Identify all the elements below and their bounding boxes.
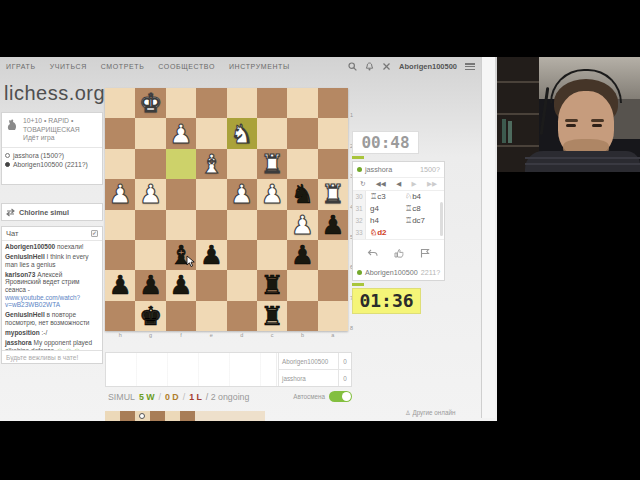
square-f4[interactable] [166,179,196,209]
nav-username[interactable]: Aborigen100500 [399,62,457,71]
game-status: Идёт игра [23,134,80,143]
black-color-icon [5,162,10,167]
square-c4[interactable]: ♟ [257,179,287,209]
square-a3[interactable] [318,149,348,179]
simul-link[interactable]: Chlorine simul [1,203,103,221]
square-b6[interactable]: ♟ [287,240,317,270]
nav-item-tools[interactable]: ИНСТРУМЕНТЫ [229,63,290,70]
chat-message: Aborigen100500 поехали! [5,243,99,251]
square-d6[interactable] [227,240,257,270]
white-pawn[interactable]: ♟ [230,181,253,207]
nav-item-community[interactable]: СООБЩЕСТВО [158,63,215,70]
webcam-feed [497,57,640,172]
square-h3[interactable] [105,149,135,179]
next-board-square [105,411,120,421]
square-e3[interactable]: ♝ [196,149,226,179]
move-list-box: jasshora 1500? ↻◀◀◀▶▶▶ 30♖c3♘b431g4♖c832… [352,161,445,281]
white-pawn[interactable]: ♟ [260,181,283,207]
next-game-board-clipped[interactable] [105,411,265,421]
move-list-scrollbar[interactable] [440,202,443,236]
square-g7[interactable]: ♟ [135,270,165,300]
square-a6[interactable] [318,240,348,270]
square-e7[interactable] [196,270,226,300]
square-f8[interactable] [166,301,196,331]
square-f3[interactable] [166,149,196,179]
next-board-square [150,411,165,421]
browser-scrollbar[interactable] [481,57,495,418]
move-white[interactable]: ♖c3 [366,191,401,203]
square-a8[interactable] [318,301,348,331]
move-row: 31g4♖c8 [353,203,444,215]
move-row: 33♘d2 [353,227,444,239]
square-e4[interactable] [196,179,226,209]
lichess-logo[interactable]: lichess.org [4,82,105,105]
next-board-square [135,411,150,421]
simul-label: SIMUL [108,392,135,402]
move-number: 30 [353,191,366,203]
panel-player-top[interactable]: jasshora 1500? [353,162,444,177]
move-black[interactable] [401,227,444,239]
square-e8[interactable] [196,301,226,331]
chat-title: Чат [6,229,18,238]
move-white[interactable]: ♘d2 [366,227,401,239]
replay-menu-icon[interactable]: ↻ [360,180,365,188]
square-a7[interactable] [318,270,348,300]
video-frame: ИГРАТЬ УЧИТЬСЯ СМОТРЕТЬ СООБЩЕСТВО ИНСТР… [0,0,640,480]
black-rook[interactable]: ♜ [260,272,283,298]
top-navigation: ИГРАТЬ УЧИТЬСЯ СМОТРЕТЬ СООБЩЕСТВО ИНСТР… [0,57,481,76]
square-a1[interactable] [318,88,348,118]
chat-message: GeniusInHell в повторе посмотрю, нет воз… [5,311,99,326]
square-c8[interactable]: ♜ [257,301,287,331]
square-b8[interactable] [287,301,317,331]
square-d5[interactable] [227,210,257,240]
square-b5[interactable]: ♟ [287,210,317,240]
white-pawn[interactable]: ♟ [169,121,192,147]
move-black[interactable]: ♖c8 [401,203,444,215]
square-g6[interactable] [135,240,165,270]
simul-status-line: SIMUL 5 W / 0 D / 1 L / 2 ongoing Автосм… [108,391,352,402]
square-h2[interactable] [105,118,135,148]
square-d3[interactable] [227,149,257,179]
clock-black-active: 01:36 [352,288,421,314]
chat-message-list[interactable]: Aborigen100500 поехали! GeniusInHell I t… [2,241,102,350]
next-board-tail [195,411,265,421]
crosstable-row[interactable]: Aborigen100500 0 [279,353,351,369]
challenge-icon[interactable] [382,62,391,71]
game-type: ТОВАРИЩЕСКАЯ [23,126,80,135]
white-rook[interactable]: ♜ [260,151,283,177]
square-c2[interactable] [257,118,287,148]
black-king[interactable]: ♚ [139,303,162,329]
online-dot-icon [357,167,362,172]
simul-crosstable: Aborigen100500 0 jasshora 0 [105,352,352,387]
white-color-icon [5,153,10,158]
square-b4[interactable]: ♞ [287,179,317,209]
white-pawn[interactable]: ♟ [139,181,162,207]
next-board-square [180,411,195,421]
move-list[interactable]: 30♖c3♘b431g4♖c832h4♖dc733♘d2 [353,191,444,239]
square-c5[interactable] [257,210,287,240]
simul-wins: 5 W [139,392,155,402]
square-h7[interactable]: ♟ [105,270,135,300]
webcam-person-shoulders [525,151,640,172]
square-h4[interactable]: ♟ [105,179,135,209]
bell-icon[interactable] [365,62,374,71]
square-b3[interactable] [287,149,317,179]
move-row: 30♖c3♘b4 [353,191,444,203]
last-move-icon[interactable]: ▶▶ [427,180,437,188]
square-d1[interactable] [227,88,257,118]
panel-player-bottom[interactable]: Aborigen100500 2211? [353,265,444,280]
chat-username[interactable]: myposition [5,329,41,336]
square-d8[interactable] [227,301,257,331]
search-icon[interactable] [348,62,357,71]
square-e1[interactable] [196,88,226,118]
first-move-icon[interactable]: ◀◀ [376,180,386,188]
next-board-square [165,411,180,421]
square-f1[interactable] [166,88,196,118]
chat-input[interactable]: Будьте вежливы в чате! [2,350,102,363]
chat-message: jasshora My opponent played alkehine def… [5,339,99,350]
square-h6[interactable] [105,240,135,270]
game-info-box: 10+10 • RAPID • ТОВАРИЩЕСКАЯ Идёт игра j… [1,112,103,185]
square-g5[interactable] [135,210,165,240]
square-f5[interactable] [166,210,196,240]
black-pawn[interactable]: ♟ [321,212,344,238]
other-online-link[interactable]: ♙ Другие онлайн [405,409,455,416]
square-d7[interactable] [227,270,257,300]
prev-move-icon[interactable]: ◀ [396,180,401,188]
square-h8[interactable] [105,301,135,331]
nav-item-learn[interactable]: УЧИТЬСЯ [50,63,87,70]
move-white[interactable]: h4 [366,215,401,227]
clock-time-bar-bottom [352,283,364,286]
black-pawn[interactable]: ♟ [139,272,162,298]
black-rook[interactable]: ♜ [260,303,283,329]
next-move-icon[interactable]: ▶ [412,180,417,188]
chat-username[interactable]: jasshora [5,339,34,346]
square-b2[interactable] [287,118,317,148]
crosstable-grid [106,353,278,386]
square-g8[interactable]: ♚ [135,301,165,331]
chat-link[interactable]: www.youtube.com/watch?v=wB23WB02WTA [5,294,80,309]
black-pawn[interactable]: ♟ [109,272,132,298]
rapid-rabbit-icon [6,118,19,143]
move-white[interactable]: g4 [366,203,401,215]
simul-icon [6,208,15,217]
square-h1[interactable] [105,88,135,118]
chat-username[interactable]: GeniusInHell [5,311,47,318]
white-knight[interactable]: ♞ [230,121,253,147]
square-g1[interactable]: ♚ [135,88,165,118]
next-board-piece-top [139,413,145,419]
replay-controls[interactable]: ↻◀◀◀▶▶▶ [353,177,444,191]
game-time-control: 10+10 • RAPID • [23,117,80,126]
white-king[interactable]: ♚ [139,90,162,116]
move-row: 32h4♖dc7 [353,215,444,227]
white-rook[interactable]: ♜ [321,181,344,207]
rating-bottom: 2211? [421,268,440,277]
lichess-window: ИГРАТЬ УЧИТЬСЯ СМОТРЕТЬ СООБЩЕСТВО ИНСТР… [0,57,497,421]
online-dot-icon [357,270,362,275]
move-number: 33 [353,227,366,239]
auto-switch-label: Автосмена [293,393,325,400]
square-a5[interactable]: ♟ [318,210,348,240]
black-pawn[interactable]: ♟ [200,242,223,268]
file-labels: hgfedcba [105,332,348,338]
chess-board[interactable]: ♚♟♞♝♜♟♟♟♟♞♜♟♟♝♟♟♟♟♟♜♚♜ [105,88,348,331]
square-g4[interactable]: ♟ [135,179,165,209]
square-b1[interactable] [287,88,317,118]
takeback-icon[interactable] [367,244,378,262]
square-e6[interactable]: ♟ [196,240,226,270]
move-number: 32 [353,215,366,227]
chat-username[interactable]: GeniusInHell [5,253,47,260]
square-b7[interactable] [287,270,317,300]
crosstable-row[interactable]: jasshora 0 [279,369,351,386]
square-d2[interactable]: ♞ [227,118,257,148]
move-number: 31 [353,203,366,215]
square-a2[interactable] [318,118,348,148]
black-knight[interactable]: ♞ [291,181,314,207]
resign-flag-icon[interactable] [420,244,430,262]
player-link-black[interactable]: Aborigen100500 (2211?) [5,160,99,170]
move-black[interactable]: ♘b4 [401,191,444,203]
move-black[interactable]: ♖dc7 [401,215,444,227]
chat-message: myposition :-/ [5,329,99,337]
black-pawn[interactable]: ♟ [169,272,192,298]
clock-time-bar-top [352,156,364,159]
white-pawn[interactable]: ♟ [291,212,314,238]
square-h5[interactable] [105,210,135,240]
square-e5[interactable] [196,210,226,240]
game-side-panel: 00:48 jasshora 1500? ↻◀◀◀▶▶▶ 30♖c3♘b431g… [352,131,445,314]
simul-draws: 0 D [165,392,179,402]
nav-item-watch[interactable]: СМОТРЕТЬ [101,63,145,70]
square-f7[interactable]: ♟ [166,270,196,300]
chat-message: karlson73 Алексей Яровинский ведет стрим… [5,271,99,309]
chat-username[interactable]: Aborigen100500 [5,243,57,250]
chat-message: GeniusInHell I think in every man lies a… [5,253,99,268]
webcam-person-eyes [566,124,576,127]
white-pawn[interactable]: ♟ [109,181,132,207]
black-pawn[interactable]: ♟ [291,242,314,268]
square-g2[interactable] [135,118,165,148]
simul-losses: 1 L [189,392,202,402]
simul-ongoing: / 2 ongoing [206,392,250,402]
square-d4[interactable]: ♟ [227,179,257,209]
rating-top: 1500? [420,165,440,174]
next-board-square [120,411,135,421]
square-c1[interactable] [257,88,287,118]
hamburger-menu-icon[interactable] [465,63,475,70]
chat-username[interactable]: karlson73 [5,271,37,278]
chess-board-wrap: ♚♟♞♝♜♟♟♟♟♞♜♟♟♝♟♟♟♟♟♜♚♜ 12345678 hgfedcba [105,88,348,331]
square-c3[interactable]: ♜ [257,149,287,179]
square-e2[interactable] [196,118,226,148]
player-link-white[interactable]: jasshora (1500?) [5,151,99,161]
auto-switch-toggle[interactable] [329,391,352,402]
draw-offer-thumb-icon[interactable] [394,244,404,262]
chat-toggle-checkbox[interactable]: ✓ [91,230,98,237]
square-c6[interactable] [257,240,287,270]
clock-white: 00:48 [352,131,419,154]
chat-panel: Чат ✓ Aborigen100500 поехали! GeniusInHe… [1,226,103,364]
square-a4[interactable]: ♜ [318,179,348,209]
nav-item-play[interactable]: ИГРАТЬ [6,63,36,70]
white-bishop[interactable]: ♝ [200,151,223,177]
square-f2[interactable]: ♟ [166,118,196,148]
mouse-cursor [186,254,196,272]
square-c7[interactable]: ♜ [257,270,287,300]
square-g3[interactable] [135,149,165,179]
